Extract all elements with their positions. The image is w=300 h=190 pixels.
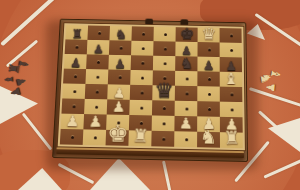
square-h8[interactable] — [220, 28, 242, 43]
square-e4[interactable]: ♛ — [152, 85, 175, 100]
square-g8[interactable]: ♛ — [198, 28, 220, 43]
square-b4[interactable] — [85, 84, 108, 99]
square-h2[interactable]: ♟ — [220, 117, 243, 133]
square-f7[interactable]: ♟ — [175, 42, 197, 57]
square-f5[interactable] — [175, 71, 197, 86]
square-c1[interactable]: ♚ — [106, 130, 129, 146]
square-a2[interactable]: ♟ — [61, 114, 84, 130]
scene: ♜♞♚♛♟♟♟♟♞♟♟♝♟♛♟♟♟♟♟♟♚♜♞♜ ♜♝♝♟♟ ♞♝♟ — [0, 0, 300, 190]
square-f4[interactable] — [175, 86, 198, 101]
square-c2[interactable] — [106, 115, 129, 131]
white-pawn: ♟ — [88, 114, 102, 129]
square-d6[interactable] — [131, 55, 154, 70]
square-c4[interactable]: ♟ — [107, 84, 130, 99]
black-pawn: ♟ — [69, 57, 81, 70]
white-knight: ♞ — [200, 128, 218, 147]
black-rook: ♜ — [71, 28, 83, 40]
white-pawn: ♟ — [65, 114, 80, 129]
square-h3[interactable] — [220, 102, 243, 118]
square-g7[interactable] — [197, 42, 219, 57]
square-a5[interactable] — [63, 69, 86, 84]
captured-white-bishop: ♝ — [269, 68, 283, 81]
square-b1[interactable] — [83, 129, 106, 145]
square-c8[interactable]: ♞ — [109, 26, 131, 41]
square-h1[interactable]: ♜ — [220, 132, 243, 148]
white-bishop: ♝ — [223, 71, 238, 87]
square-b6[interactable] — [86, 54, 109, 69]
square-h4[interactable] — [220, 87, 243, 102]
captured-black-pawn: ♟ — [8, 85, 22, 99]
black-pawn: ♟ — [181, 45, 192, 57]
white-pawn: ♟ — [201, 117, 216, 132]
square-e8[interactable] — [153, 27, 175, 42]
square-h7[interactable] — [220, 42, 242, 57]
square-b2[interactable]: ♟ — [83, 114, 106, 130]
captured-black-pieces: ♜♝♝♟♟ — [2, 56, 40, 100]
square-e3[interactable] — [152, 100, 175, 116]
square-b5[interactable] — [85, 69, 108, 84]
square-g3[interactable] — [197, 101, 220, 117]
square-a7[interactable] — [65, 39, 88, 54]
white-rook: ♜ — [223, 130, 240, 148]
square-d4[interactable] — [130, 85, 153, 100]
board-frame: ♜♞♚♛♟♟♟♟♞♟♟♝♟♛♟♟♟♟♟♟♚♜♞♜ — [52, 19, 248, 162]
square-g4[interactable] — [197, 86, 220, 101]
white-pawn: ♟ — [112, 86, 126, 100]
square-g2[interactable]: ♟ — [197, 116, 220, 132]
square-d2[interactable] — [129, 115, 152, 131]
captured-white-pawn: ♟ — [265, 82, 277, 93]
black-pawn: ♟ — [225, 60, 237, 72]
square-f6[interactable]: ♞ — [175, 56, 197, 71]
square-a1[interactable] — [60, 129, 84, 145]
square-e5[interactable] — [153, 70, 176, 85]
square-a3[interactable] — [61, 98, 84, 114]
chess-board: ♜♞♚♛♟♟♟♟♞♟♟♝♟♛♟♟♟♟♟♟♚♜♞♜ — [52, 19, 248, 162]
square-d5[interactable] — [130, 70, 153, 85]
square-e2[interactable] — [152, 115, 175, 131]
square-f2[interactable]: ♟ — [174, 116, 197, 132]
board-grid: ♜♞♚♛♟♟♟♟♞♟♟♝♟♛♟♟♟♟♟♟♚♜♞♜ — [60, 25, 243, 148]
square-c3[interactable]: ♟ — [107, 99, 130, 115]
square-c7[interactable] — [109, 40, 132, 55]
square-e7[interactable] — [153, 41, 175, 56]
captured-white-pieces: ♞♝♟ — [256, 64, 294, 108]
black-pawn: ♟ — [93, 43, 104, 54]
white-pawn: ♟ — [111, 100, 125, 114]
square-g5[interactable] — [197, 71, 219, 86]
square-h6[interactable]: ♟ — [220, 57, 242, 72]
captured-black-bishop: ♝ — [17, 58, 31, 71]
square-f8[interactable]: ♚ — [176, 27, 198, 42]
square-b3[interactable] — [84, 99, 107, 115]
square-f3[interactable] — [175, 101, 198, 117]
black-knight: ♞ — [179, 56, 193, 71]
square-a8[interactable]: ♜ — [65, 25, 88, 40]
black-knight: ♞ — [115, 28, 127, 41]
square-d3[interactable] — [129, 100, 152, 116]
square-c6[interactable]: ♟ — [108, 55, 131, 70]
hinge-icon — [145, 19, 153, 24]
black-pawn: ♟ — [203, 59, 214, 71]
square-g6[interactable]: ♟ — [197, 57, 219, 72]
square-h5[interactable]: ♝ — [220, 72, 242, 87]
square-e1[interactable] — [151, 131, 174, 147]
black-king: ♚ — [179, 26, 194, 42]
square-d8[interactable] — [131, 26, 153, 41]
square-b7[interactable]: ♟ — [87, 40, 110, 55]
black-pawn: ♟ — [114, 58, 125, 70]
square-b8[interactable] — [87, 25, 110, 40]
square-c5[interactable] — [108, 70, 131, 85]
square-a4[interactable] — [62, 83, 85, 98]
white-pawn: ♟ — [224, 117, 238, 133]
square-d1[interactable]: ♜ — [128, 130, 151, 146]
square-g1[interactable]: ♞ — [197, 132, 220, 148]
hinge-icon — [181, 19, 189, 24]
white-queen: ♛ — [201, 26, 217, 43]
square-a6[interactable]: ♟ — [64, 54, 87, 69]
white-rook: ♜ — [131, 128, 148, 147]
white-pawn: ♟ — [179, 116, 193, 131]
square-e6[interactable] — [153, 56, 175, 71]
square-f1[interactable] — [174, 131, 197, 147]
square-d7[interactable] — [131, 41, 153, 56]
